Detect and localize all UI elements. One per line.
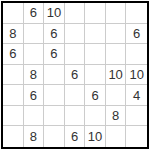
cell-r6-c4[interactable] (65, 106, 86, 127)
clue-cell-r5-c2: 6 (24, 85, 45, 106)
clue-cell-r1-c3: 10 (44, 3, 65, 24)
puzzle-thumbnail: 6108666686101066488610 (0, 0, 150, 150)
cell-r7-c1[interactable] (3, 126, 24, 147)
cell-r5-c1[interactable] (3, 85, 24, 106)
cell-r2-c4[interactable] (65, 24, 86, 45)
cell-r5-c6[interactable] (106, 85, 127, 106)
clue-cell-r3-c1: 6 (3, 44, 24, 65)
clue-cell-r4-c7: 10 (126, 65, 147, 86)
clue-cell-r7-c5: 10 (85, 126, 106, 147)
cell-r6-c2[interactable] (24, 106, 45, 127)
cell-r6-c5[interactable] (85, 106, 106, 127)
clue-cell-r4-c2: 8 (24, 65, 45, 86)
cell-r2-c5[interactable] (85, 24, 106, 45)
cell-r1-c6[interactable] (106, 3, 127, 24)
cell-r3-c6[interactable] (106, 44, 127, 65)
cell-r5-c4[interactable] (65, 85, 86, 106)
cell-r1-c5[interactable] (85, 3, 106, 24)
cell-r4-c5[interactable] (85, 65, 106, 86)
clue-cell-r5-c7: 4 (126, 85, 147, 106)
cell-r7-c7[interactable] (126, 126, 147, 147)
clue-cell-r4-c4: 6 (65, 65, 86, 86)
clue-cell-r3-c3: 6 (44, 44, 65, 65)
clue-cell-r7-c4: 6 (65, 126, 86, 147)
cell-r3-c5[interactable] (85, 44, 106, 65)
puzzle-board: 6108666686101066488610 (1, 1, 149, 149)
cell-r2-c2[interactable] (24, 24, 45, 45)
clue-cell-r2-c1: 8 (3, 24, 24, 45)
cell-r1-c4[interactable] (65, 3, 86, 24)
cell-r4-c3[interactable] (44, 65, 65, 86)
cell-r7-c3[interactable] (44, 126, 65, 147)
clue-cell-r5-c5: 6 (85, 85, 106, 106)
cell-r6-c7[interactable] (126, 106, 147, 127)
cell-r3-c4[interactable] (65, 44, 86, 65)
cell-r1-c7[interactable] (126, 3, 147, 24)
clue-cell-r7-c2: 8 (24, 126, 45, 147)
cell-r3-c2[interactable] (24, 44, 45, 65)
cell-r6-c3[interactable] (44, 106, 65, 127)
cell-r1-c1[interactable] (3, 3, 24, 24)
cell-r6-c1[interactable] (3, 106, 24, 127)
cell-r3-c7[interactable] (126, 44, 147, 65)
cell-r2-c6[interactable] (106, 24, 127, 45)
cell-r4-c1[interactable] (3, 65, 24, 86)
clue-cell-r4-c6: 10 (106, 65, 127, 86)
clue-cell-r2-c7: 6 (126, 24, 147, 45)
clue-cell-r2-c3: 6 (44, 24, 65, 45)
clue-cell-r6-c6: 8 (106, 106, 127, 127)
cell-r5-c3[interactable] (44, 85, 65, 106)
cell-r7-c6[interactable] (106, 126, 127, 147)
clue-cell-r1-c2: 6 (24, 3, 45, 24)
